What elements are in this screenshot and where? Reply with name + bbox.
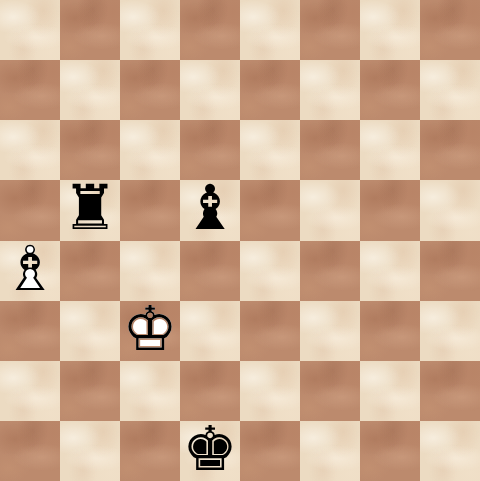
square-a8[interactable] (0, 0, 60, 60)
square-a1[interactable] (0, 421, 60, 481)
square-e8[interactable] (240, 0, 300, 60)
square-a4[interactable]: ♝♗ (0, 241, 60, 301)
square-d1[interactable]: ♚ (180, 421, 240, 481)
square-f2[interactable] (300, 361, 360, 421)
square-f3[interactable] (300, 301, 360, 361)
square-f8[interactable] (300, 0, 360, 60)
square-g7[interactable] (360, 60, 420, 120)
square-e6[interactable] (240, 120, 300, 180)
square-f5[interactable] (300, 180, 360, 240)
square-e3[interactable] (240, 301, 300, 361)
black-rook[interactable]: ♜ (60, 180, 120, 240)
square-g1[interactable] (360, 421, 420, 481)
square-a6[interactable] (0, 120, 60, 180)
square-f7[interactable] (300, 60, 360, 120)
white-king-glyph: ♔ (122, 297, 178, 359)
square-f1[interactable] (300, 421, 360, 481)
black-bishop[interactable]: ♝ (180, 180, 240, 240)
square-a3[interactable] (0, 301, 60, 361)
square-b1[interactable] (60, 421, 120, 481)
square-d3[interactable] (180, 301, 240, 361)
square-d5[interactable]: ♝ (180, 180, 240, 240)
square-b4[interactable] (60, 241, 120, 301)
square-h7[interactable] (420, 60, 480, 120)
square-c7[interactable] (120, 60, 180, 120)
square-b5[interactable]: ♜ (60, 180, 120, 240)
square-c6[interactable] (120, 120, 180, 180)
chess-board: ♜♝♝♗♚♔♚ (0, 0, 480, 481)
black-rook-glyph: ♜ (62, 177, 118, 239)
square-h8[interactable] (420, 0, 480, 60)
square-c8[interactable] (120, 0, 180, 60)
square-c2[interactable] (120, 361, 180, 421)
square-e7[interactable] (240, 60, 300, 120)
square-e4[interactable] (240, 241, 300, 301)
square-h1[interactable] (420, 421, 480, 481)
white-king[interactable]: ♚♔ (120, 301, 180, 361)
square-h2[interactable] (420, 361, 480, 421)
square-d7[interactable] (180, 60, 240, 120)
square-g4[interactable] (360, 241, 420, 301)
white-bishop[interactable]: ♝♗ (0, 241, 60, 301)
square-e1[interactable] (240, 421, 300, 481)
square-c3[interactable]: ♚♔ (120, 301, 180, 361)
square-c1[interactable] (120, 421, 180, 481)
square-e5[interactable] (240, 180, 300, 240)
square-h5[interactable] (420, 180, 480, 240)
square-f6[interactable] (300, 120, 360, 180)
square-g8[interactable] (360, 0, 420, 60)
square-b8[interactable] (60, 0, 120, 60)
square-b7[interactable] (60, 60, 120, 120)
square-c5[interactable] (120, 180, 180, 240)
black-bishop-glyph: ♝ (182, 177, 238, 239)
square-b2[interactable] (60, 361, 120, 421)
square-b3[interactable] (60, 301, 120, 361)
square-a2[interactable] (0, 361, 60, 421)
white-bishop-glyph: ♗ (2, 237, 58, 299)
square-g6[interactable] (360, 120, 420, 180)
square-g5[interactable] (360, 180, 420, 240)
square-d4[interactable] (180, 241, 240, 301)
black-king-glyph: ♚ (182, 417, 238, 479)
square-g2[interactable] (360, 361, 420, 421)
square-f4[interactable] (300, 241, 360, 301)
square-h3[interactable] (420, 301, 480, 361)
square-d8[interactable] (180, 0, 240, 60)
square-e2[interactable] (240, 361, 300, 421)
black-king[interactable]: ♚ (180, 421, 240, 481)
square-h6[interactable] (420, 120, 480, 180)
square-h4[interactable] (420, 241, 480, 301)
square-g3[interactable] (360, 301, 420, 361)
square-a7[interactable] (0, 60, 60, 120)
